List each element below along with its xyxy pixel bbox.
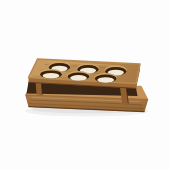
hole-opening [43, 73, 60, 79]
hole-opening [70, 75, 87, 81]
wooden-rack-illustration [0, 0, 170, 170]
product-photo [0, 0, 170, 170]
wooden-rack [26, 59, 148, 112]
hole-opening [97, 77, 114, 83]
